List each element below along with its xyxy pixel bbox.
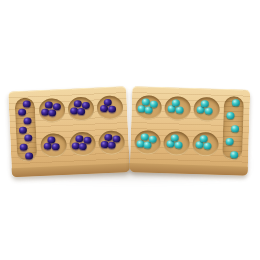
stone-teal <box>200 100 208 107</box>
board-left-half <box>8 86 130 177</box>
right-store <box>222 95 244 160</box>
stone-purple <box>79 143 87 150</box>
stone-purple <box>82 101 90 108</box>
pit-bottom-2[interactable] <box>69 132 96 157</box>
stone-purple <box>108 105 116 112</box>
pit-bottom-6[interactable] <box>192 132 219 157</box>
stone-purple <box>103 98 111 105</box>
stone-purple <box>18 109 26 116</box>
stone-teal <box>176 106 184 113</box>
pit-top-5[interactable] <box>164 96 191 121</box>
pit-top-6[interactable] <box>193 97 220 122</box>
pit-top-4[interactable] <box>136 95 163 120</box>
stone-purple <box>23 117 31 124</box>
stone-purple <box>24 135 32 142</box>
stone-teal <box>230 151 238 158</box>
stone-purple <box>44 143 52 150</box>
stone-teal <box>195 141 203 148</box>
left-half-surface <box>11 89 126 165</box>
stone-purple <box>23 100 31 107</box>
stone-teal <box>232 99 240 106</box>
stone-purple <box>19 126 27 133</box>
mancala-board-photo <box>0 0 260 260</box>
stone-purple <box>112 136 120 143</box>
stone-purple <box>52 143 60 150</box>
stone-purple <box>77 108 85 115</box>
stone-purple <box>104 134 112 141</box>
pit-top-3[interactable] <box>96 95 123 120</box>
stone-teal <box>141 134 149 141</box>
stone-purple <box>75 135 83 142</box>
pit-bottom-5[interactable] <box>163 131 190 156</box>
pit-bottom-4[interactable] <box>135 130 162 155</box>
stone-purple <box>20 143 28 150</box>
stone-teal <box>144 142 152 149</box>
stone-teal <box>199 135 207 142</box>
stone-teal <box>149 136 157 143</box>
stone-teal <box>203 143 211 150</box>
right-half-surface <box>133 89 247 163</box>
stone-purple <box>107 142 115 149</box>
stone-teal <box>204 107 212 114</box>
stone-purple <box>45 101 53 108</box>
stone-purple <box>100 105 108 112</box>
board-right-half <box>130 86 251 176</box>
stone-teal <box>226 111 234 118</box>
stone-teal <box>142 98 150 105</box>
mancala-board <box>10 86 250 172</box>
stone-purple <box>48 109 56 116</box>
stone-purple <box>83 137 91 144</box>
pit-top-2[interactable] <box>67 96 94 121</box>
pit-bottom-3[interactable] <box>98 130 125 155</box>
stone-teal <box>172 99 180 106</box>
stone-purple <box>25 152 33 159</box>
stone-teal <box>174 142 182 149</box>
stone-teal <box>150 100 158 107</box>
stone-teal <box>171 135 179 142</box>
pit-top-1[interactable] <box>39 98 66 123</box>
stone-teal <box>226 137 234 144</box>
stone-teal <box>166 140 174 147</box>
left-store <box>14 97 37 162</box>
stone-purple <box>53 103 61 110</box>
pit-bottom-1[interactable] <box>40 133 67 158</box>
stone-purple <box>74 100 82 107</box>
stone-teal <box>231 125 239 132</box>
